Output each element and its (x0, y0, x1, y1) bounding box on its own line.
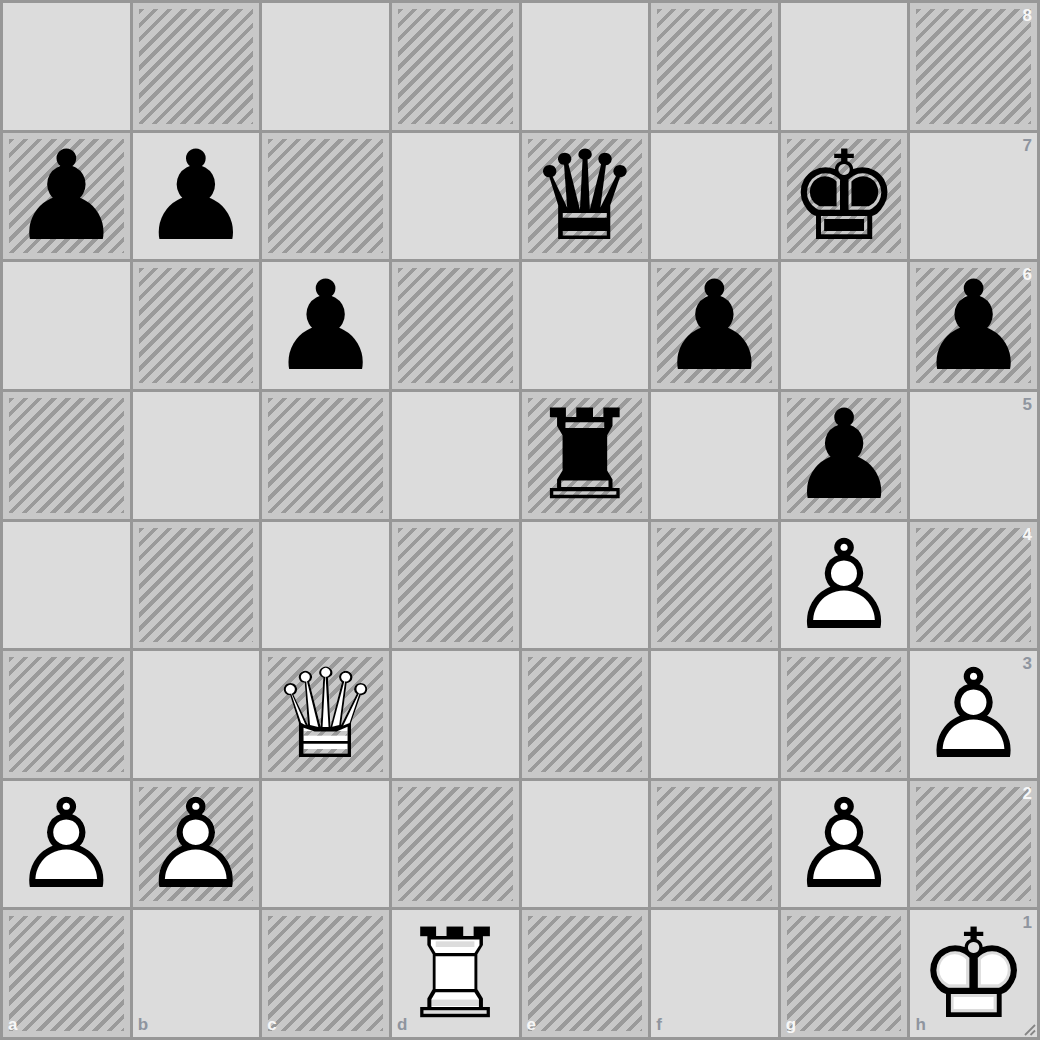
square-h4[interactable]: 4 (910, 522, 1037, 649)
square-e2[interactable] (522, 781, 649, 908)
hatch-pattern (398, 528, 513, 643)
square-e6[interactable] (522, 262, 649, 389)
hatch-pattern (916, 787, 1031, 902)
piece-white-rook[interactable]: ♜♖ (392, 910, 519, 1037)
hatch-pattern (657, 528, 772, 643)
white-pawn-outline-glyph: ♙ (781, 522, 908, 649)
square-h3[interactable]: ♟♙3 (910, 651, 1037, 778)
piece-white-king[interactable]: ♚♔ (910, 910, 1037, 1037)
square-b8[interactable] (133, 3, 260, 130)
black-rook-glyph: ♜ (522, 392, 649, 519)
hatch-pattern (9, 657, 124, 772)
square-h6[interactable]: ♟6 (910, 262, 1037, 389)
piece-black-pawn[interactable]: ♟ (651, 262, 778, 389)
square-f3[interactable] (651, 651, 778, 778)
square-e1[interactable]: e (522, 910, 649, 1037)
square-h8[interactable]: 8 (910, 3, 1037, 130)
square-h1[interactable]: ♚♔1h (910, 910, 1037, 1037)
square-g1[interactable]: g (781, 910, 908, 1037)
piece-black-pawn[interactable]: ♟ (781, 392, 908, 519)
square-f7[interactable] (651, 133, 778, 260)
file-label-f: f (656, 1015, 662, 1035)
hatch-pattern (268, 916, 383, 1031)
square-e3[interactable] (522, 651, 649, 778)
square-a8[interactable] (3, 3, 130, 130)
black-queen-glyph: ♛ (522, 133, 649, 260)
square-b7[interactable]: ♟ (133, 133, 260, 260)
hatch-pattern (657, 9, 772, 124)
white-pawn-outline-glyph: ♙ (781, 781, 908, 908)
square-f1[interactable]: f (651, 910, 778, 1037)
piece-white-pawn[interactable]: ♟♙ (133, 781, 260, 908)
piece-black-rook[interactable]: ♜ (522, 392, 649, 519)
hatch-pattern (398, 9, 513, 124)
black-pawn-glyph: ♟ (262, 262, 389, 389)
square-e4[interactable] (522, 522, 649, 649)
chess-board: 8♟♟♛♚7♟♟♟6♜♟5♟♙4♛♕♟♙3♟♙♟♙♟♙2abc♜♖defg♚♔1… (0, 0, 1040, 1040)
square-g8[interactable] (781, 3, 908, 130)
hatch-pattern (139, 528, 254, 643)
hatch-pattern (916, 528, 1031, 643)
square-c3[interactable]: ♛♕ (262, 651, 389, 778)
square-c1[interactable]: c (262, 910, 389, 1037)
hatch-pattern (787, 916, 902, 1031)
black-king-glyph: ♚ (781, 133, 908, 260)
piece-black-pawn[interactable]: ♟ (262, 262, 389, 389)
square-d3[interactable] (392, 651, 519, 778)
square-c7[interactable] (262, 133, 389, 260)
white-rook-outline-glyph: ♖ (392, 910, 519, 1037)
white-queen-outline-glyph: ♕ (262, 651, 389, 778)
hatch-pattern (916, 9, 1031, 124)
rank-label-2: 2 (1023, 784, 1032, 804)
square-f2[interactable] (651, 781, 778, 908)
square-d8[interactable] (392, 3, 519, 130)
square-b3[interactable] (133, 651, 260, 778)
piece-black-king[interactable]: ♚ (781, 133, 908, 260)
white-king-outline-glyph: ♔ (910, 910, 1037, 1037)
square-g6[interactable] (781, 262, 908, 389)
file-label-c: c (267, 1015, 276, 1035)
hatch-pattern (528, 916, 643, 1031)
square-d4[interactable] (392, 522, 519, 649)
square-d5[interactable] (392, 392, 519, 519)
file-label-d: d (397, 1015, 407, 1035)
white-pawn-outline-glyph: ♙ (133, 781, 260, 908)
hatch-pattern (9, 916, 124, 1031)
square-d7[interactable] (392, 133, 519, 260)
piece-white-queen[interactable]: ♛♕ (262, 651, 389, 778)
rank-label-5: 5 (1023, 395, 1032, 415)
square-e7[interactable]: ♛ (522, 133, 649, 260)
square-b6[interactable] (133, 262, 260, 389)
square-h7[interactable]: 7 (910, 133, 1037, 260)
rank-label-8: 8 (1023, 6, 1032, 26)
square-c5[interactable] (262, 392, 389, 519)
hatch-pattern (657, 787, 772, 902)
piece-white-pawn[interactable]: ♟♙ (3, 781, 130, 908)
square-c2[interactable] (262, 781, 389, 908)
square-e5[interactable]: ♜ (522, 392, 649, 519)
square-a1[interactable]: a (3, 910, 130, 1037)
square-a3[interactable] (3, 651, 130, 778)
resize-grip-icon[interactable] (1023, 1023, 1036, 1036)
black-pawn-glyph: ♟ (133, 133, 260, 260)
black-pawn-glyph: ♟ (910, 262, 1037, 389)
hatch-pattern (787, 657, 902, 772)
square-g4[interactable]: ♟♙ (781, 522, 908, 649)
square-f6[interactable]: ♟ (651, 262, 778, 389)
file-label-a: a (8, 1015, 17, 1035)
square-h2[interactable]: 2 (910, 781, 1037, 908)
square-g5[interactable]: ♟ (781, 392, 908, 519)
square-a2[interactable]: ♟♙ (3, 781, 130, 908)
rank-label-4: 4 (1023, 525, 1032, 545)
rank-label-3: 3 (1023, 654, 1032, 674)
square-b4[interactable] (133, 522, 260, 649)
square-a4[interactable] (3, 522, 130, 649)
square-c6[interactable]: ♟ (262, 262, 389, 389)
square-f5[interactable] (651, 392, 778, 519)
hatch-pattern (268, 398, 383, 513)
piece-white-pawn[interactable]: ♟♙ (781, 781, 908, 908)
hatch-pattern (139, 268, 254, 383)
square-a5[interactable] (3, 392, 130, 519)
black-pawn-glyph: ♟ (781, 392, 908, 519)
file-label-b: b (138, 1015, 148, 1035)
piece-white-pawn[interactable]: ♟♙ (781, 522, 908, 649)
piece-black-pawn[interactable]: ♟ (133, 133, 260, 260)
black-pawn-glyph: ♟ (3, 133, 130, 260)
white-pawn-outline-glyph: ♙ (910, 651, 1037, 778)
piece-black-pawn[interactable]: ♟ (910, 262, 1037, 389)
piece-black-queen[interactable]: ♛ (522, 133, 649, 260)
white-pawn-outline-glyph: ♙ (3, 781, 130, 908)
square-a6[interactable] (3, 262, 130, 389)
rank-label-6: 6 (1023, 265, 1032, 285)
square-a7[interactable]: ♟ (3, 133, 130, 260)
hatch-pattern (398, 268, 513, 383)
square-g3[interactable] (781, 651, 908, 778)
hatch-pattern (528, 657, 643, 772)
square-h5[interactable]: 5 (910, 392, 1037, 519)
square-b1[interactable]: b (133, 910, 260, 1037)
rank-label-7: 7 (1023, 136, 1032, 156)
square-c4[interactable] (262, 522, 389, 649)
square-f4[interactable] (651, 522, 778, 649)
square-f8[interactable] (651, 3, 778, 130)
square-c8[interactable] (262, 3, 389, 130)
hatch-pattern (398, 787, 513, 902)
hatch-pattern (268, 139, 383, 254)
square-d2[interactable] (392, 781, 519, 908)
square-b2[interactable]: ♟♙ (133, 781, 260, 908)
rank-label-1: 1 (1023, 913, 1032, 933)
hatch-pattern (9, 398, 124, 513)
square-b5[interactable] (133, 392, 260, 519)
square-d1[interactable]: ♜♖d (392, 910, 519, 1037)
black-pawn-glyph: ♟ (651, 262, 778, 389)
square-g2[interactable]: ♟♙ (781, 781, 908, 908)
file-label-h: h (915, 1015, 925, 1035)
file-label-e: e (527, 1015, 536, 1035)
hatch-pattern (139, 9, 254, 124)
piece-black-pawn[interactable]: ♟ (3, 133, 130, 260)
square-e8[interactable] (522, 3, 649, 130)
file-label-g: g (786, 1015, 796, 1035)
piece-white-pawn[interactable]: ♟♙ (910, 651, 1037, 778)
square-g7[interactable]: ♚ (781, 133, 908, 260)
square-d6[interactable] (392, 262, 519, 389)
